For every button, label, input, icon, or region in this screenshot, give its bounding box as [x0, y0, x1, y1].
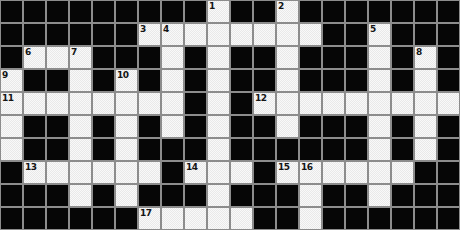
crossword-cell-r7c20 [438, 139, 459, 160]
crossword-cell-r8c10[interactable] [208, 162, 229, 183]
crossword-cell-r6c20 [438, 116, 459, 137]
crossword-cell-r4c13[interactable] [277, 70, 298, 91]
crossword-cell-r10c2 [24, 208, 45, 229]
crossword-cell-r4c12 [254, 70, 275, 91]
crossword-cell-r1c4 [70, 1, 91, 22]
crossword-cell-r3c6 [116, 47, 137, 68]
crossword-cell-r10c3 [47, 208, 68, 229]
crossword-cell-r8c17[interactable] [369, 162, 390, 183]
crossword-cell-r2c10[interactable] [208, 24, 229, 45]
crossword-cell-r5c2[interactable] [24, 93, 45, 114]
clue-number: 1 [209, 1, 215, 11]
clue-number: 4 [163, 24, 169, 34]
crossword-cell-r6c11 [231, 116, 252, 137]
crossword-cell-r3c16 [346, 47, 367, 68]
crossword-cell-r10c16 [346, 208, 367, 229]
crossword-cell-r1c11 [231, 1, 252, 22]
crossword-cell-r8c14[interactable]: 16 [300, 162, 321, 183]
crossword-cell-r4c11 [231, 70, 252, 91]
crossword-cell-r8c2[interactable]: 13 [24, 162, 45, 183]
crossword-cell-r5c20[interactable] [438, 93, 459, 114]
crossword-cell-r9c3 [47, 185, 68, 206]
crossword-cell-r4c6[interactable]: 10 [116, 70, 137, 91]
crossword-cell-r9c18 [392, 185, 413, 206]
crossword-cell-r3c7 [139, 47, 160, 68]
crossword-cell-r10c13 [277, 208, 298, 229]
crossword-cell-r5c7[interactable] [139, 93, 160, 114]
crossword-cell-r9c20 [438, 185, 459, 206]
crossword-cell-r4c14 [300, 70, 321, 91]
crossword-cell-r6c4[interactable] [70, 116, 91, 137]
crossword-cell-r3c13[interactable] [277, 47, 298, 68]
crossword-cell-r6c17[interactable] [369, 116, 390, 137]
crossword-cell-r4c15 [323, 70, 344, 91]
crossword-cell-r5c12[interactable]: 12 [254, 93, 275, 114]
crossword-cell-r8c8 [162, 162, 183, 183]
crossword-cell-r3c17[interactable] [369, 47, 390, 68]
crossword-cell-r2c16 [346, 24, 367, 45]
crossword-cell-r9c17[interactable] [369, 185, 390, 206]
crossword-cell-r1c18 [392, 1, 413, 22]
crossword-cell-r6c19[interactable] [415, 116, 436, 137]
crossword-cell-r8c4[interactable] [70, 162, 91, 183]
crossword-cell-r9c8 [162, 185, 183, 206]
crossword-cell-r8c1 [1, 162, 22, 183]
crossword-cell-r8c5[interactable] [93, 162, 114, 183]
crossword-cell-r8c11[interactable] [231, 162, 252, 183]
crossword-cell-r4c9 [185, 70, 206, 91]
crossword-cell-r6c5 [93, 116, 114, 137]
crossword-cell-r6c1[interactable] [1, 116, 22, 137]
crossword-cell-r5c11 [231, 93, 252, 114]
crossword-cell-r6c7 [139, 116, 160, 137]
crossword-cell-r1c13[interactable]: 2 [277, 1, 298, 22]
crossword-cell-r7c5 [93, 139, 114, 160]
crossword-cell-r2c3 [47, 24, 68, 45]
crossword-cell-r8c12 [254, 162, 275, 183]
crossword-cell-r9c2 [24, 185, 45, 206]
crossword-cell-r7c15 [323, 139, 344, 160]
clue-number: 12 [255, 93, 267, 103]
crossword-cell-r8c20 [438, 162, 459, 183]
crossword-cell-r6c13[interactable] [277, 116, 298, 137]
crossword-cell-r5c17[interactable] [369, 93, 390, 114]
crossword-grid: 1234567891011121314151617 [0, 0, 460, 230]
crossword-cell-r5c3[interactable] [47, 93, 68, 114]
crossword-cell-r6c15 [323, 116, 344, 137]
crossword-cell-r9c15 [323, 185, 344, 206]
crossword-cell-r5c10[interactable] [208, 93, 229, 114]
clue-number: 11 [2, 93, 14, 103]
crossword-cell-r3c12 [254, 47, 275, 68]
clue-number: 15 [278, 162, 290, 172]
crossword-cell-r9c16 [346, 185, 367, 206]
crossword-cell-r4c2 [24, 70, 45, 91]
crossword-cell-r1c6 [116, 1, 137, 22]
crossword-cell-r8c7[interactable] [139, 162, 160, 183]
crossword-cell-r10c1 [1, 208, 22, 229]
crossword-cell-r2c20 [438, 24, 459, 45]
crossword-cell-r2c2 [24, 24, 45, 45]
crossword-cell-r2c8[interactable]: 4 [162, 24, 183, 45]
crossword-cell-r3c18 [392, 47, 413, 68]
crossword-cell-r1c10[interactable]: 1 [208, 1, 229, 22]
crossword-cell-r10c6 [116, 208, 137, 229]
crossword-cell-r10c17 [369, 208, 390, 229]
crossword-cell-r10c4 [70, 208, 91, 229]
crossword-cell-r7c19[interactable] [415, 139, 436, 160]
crossword-cell-r4c5 [93, 70, 114, 91]
crossword-cell-r10c19 [415, 208, 436, 229]
crossword-cell-r10c15 [323, 208, 344, 229]
clue-number: 17 [140, 208, 152, 218]
crossword-cell-r4c8[interactable] [162, 70, 183, 91]
crossword-cell-r5c14[interactable] [300, 93, 321, 114]
crossword-cell-r4c18 [392, 70, 413, 91]
crossword-cell-r1c1 [1, 1, 22, 22]
crossword-cell-r6c3 [47, 116, 68, 137]
crossword-cell-r7c1[interactable] [1, 139, 22, 160]
crossword-cell-r10c12 [254, 208, 275, 229]
crossword-cell-r10c9[interactable] [185, 208, 206, 229]
crossword-cell-r6c9 [185, 116, 206, 137]
crossword-cell-r4c20 [438, 70, 459, 91]
crossword-cell-r7c8 [162, 139, 183, 160]
crossword-cell-r5c4[interactable] [70, 93, 91, 114]
clue-number: 13 [25, 162, 37, 172]
crossword-cell-r9c19 [415, 185, 436, 206]
crossword-cell-r1c14 [300, 1, 321, 22]
crossword-cell-r7c10[interactable] [208, 139, 229, 160]
crossword-cell-r4c16 [346, 70, 367, 91]
crossword-cell-r2c6 [116, 24, 137, 45]
crossword-cell-r7c16 [346, 139, 367, 160]
crossword-cell-r6c12 [254, 116, 275, 137]
crossword-cell-r1c17 [369, 1, 390, 22]
crossword-cell-r2c4 [70, 24, 91, 45]
crossword-cell-r5c6[interactable] [116, 93, 137, 114]
crossword-cell-r8c6[interactable] [116, 162, 137, 183]
crossword-cell-r9c9 [185, 185, 206, 206]
crossword-cell-r3c9 [185, 47, 206, 68]
crossword-cell-r5c13[interactable] [277, 93, 298, 114]
crossword-cell-r2c14[interactable] [300, 24, 321, 45]
crossword-cell-r2c1 [1, 24, 22, 45]
crossword-cell-r3c3[interactable] [47, 47, 68, 68]
crossword-cell-r2c17[interactable]: 5 [369, 24, 390, 45]
crossword-cell-r2c13[interactable] [277, 24, 298, 45]
crossword-cell-r3c8[interactable] [162, 47, 183, 68]
crossword-cell-r2c15 [323, 24, 344, 45]
crossword-cell-r5c8[interactable] [162, 93, 183, 114]
clue-number: 14 [186, 162, 198, 172]
clue-number: 16 [301, 162, 313, 172]
crossword-cell-r10c18 [392, 208, 413, 229]
crossword-cell-r6c8[interactable] [162, 116, 183, 137]
crossword-cell-r9c6[interactable] [116, 185, 137, 206]
crossword-cell-r6c18 [392, 116, 413, 137]
crossword-cell-r5c16[interactable] [346, 93, 367, 114]
crossword-cell-r8c18[interactable] [392, 162, 413, 183]
crossword-cell-r9c14[interactable] [300, 185, 321, 206]
crossword-cell-r10c8[interactable] [162, 208, 183, 229]
crossword-cell-r8c15[interactable] [323, 162, 344, 183]
clue-number: 7 [71, 47, 77, 57]
crossword-cell-r9c11 [231, 185, 252, 206]
crossword-cell-r5c15[interactable] [323, 93, 344, 114]
crossword-cell-r1c19 [415, 1, 436, 22]
crossword-cell-r7c3 [47, 139, 68, 160]
clue-number: 6 [25, 47, 31, 57]
clue-number: 3 [140, 24, 146, 34]
crossword-cell-r9c5 [93, 185, 114, 206]
crossword-cell-r8c3[interactable] [47, 162, 68, 183]
crossword-cell-r1c9 [185, 1, 206, 22]
crossword-cell-r1c20 [438, 1, 459, 22]
crossword-cell-r2c11[interactable] [231, 24, 252, 45]
crossword-cell-r9c13 [277, 185, 298, 206]
crossword-cell-r10c10[interactable] [208, 208, 229, 229]
crossword-cell-r1c16 [346, 1, 367, 22]
crossword-cell-r5c18[interactable] [392, 93, 413, 114]
crossword-cell-r1c15 [323, 1, 344, 22]
crossword-cell-r3c4[interactable]: 7 [70, 47, 91, 68]
crossword-cell-r10c14[interactable] [300, 208, 321, 229]
clue-number: 2 [278, 1, 284, 11]
crossword-cell-r5c5[interactable] [93, 93, 114, 114]
clue-number: 8 [416, 47, 422, 57]
crossword-cell-r7c18 [392, 139, 413, 160]
crossword-cell-r1c12 [254, 1, 275, 22]
crossword-cell-r7c9 [185, 139, 206, 160]
crossword-cell-r6c6[interactable] [116, 116, 137, 137]
crossword-cell-r7c4[interactable] [70, 139, 91, 160]
crossword-cell-r2c18 [392, 24, 413, 45]
crossword-cell-r6c16 [346, 116, 367, 137]
clue-number: 10 [117, 70, 129, 80]
crossword-cell-r1c3 [47, 1, 68, 22]
crossword-cell-r8c9[interactable]: 14 [185, 162, 206, 183]
crossword-cell-r3c14 [300, 47, 321, 68]
crossword-cell-r3c19[interactable]: 8 [415, 47, 436, 68]
crossword-cell-r9c4[interactable] [70, 185, 91, 206]
crossword-cell-r8c13[interactable]: 15 [277, 162, 298, 183]
crossword-cell-r9c12 [254, 185, 275, 206]
crossword-cell-r3c15 [323, 47, 344, 68]
crossword-cell-r6c10[interactable] [208, 116, 229, 137]
crossword-cell-r8c16[interactable] [346, 162, 367, 183]
crossword-cell-r3c20 [438, 47, 459, 68]
clue-number: 5 [370, 24, 376, 34]
crossword-cell-r2c19 [415, 24, 436, 45]
crossword-cell-r7c12 [254, 139, 275, 160]
crossword-cell-r4c17[interactable] [369, 70, 390, 91]
crossword-cell-r10c11[interactable] [231, 208, 252, 229]
crossword-cell-r1c5 [93, 1, 114, 22]
crossword-cell-r7c7 [139, 139, 160, 160]
crossword-cell-r1c2 [24, 1, 45, 22]
crossword-cell-r2c7[interactable]: 3 [139, 24, 160, 45]
crossword-cell-r7c6[interactable] [116, 139, 137, 160]
crossword-cell-r4c19[interactable] [415, 70, 436, 91]
crossword-cell-r10c20 [438, 208, 459, 229]
crossword-cell-r7c17[interactable] [369, 139, 390, 160]
crossword-cell-r9c7 [139, 185, 160, 206]
crossword-cell-r4c1[interactable]: 9 [1, 70, 22, 91]
crossword-cell-r10c5 [93, 208, 114, 229]
crossword-cell-r7c11 [231, 139, 252, 160]
crossword-cell-r3c10[interactable] [208, 47, 229, 68]
clue-number: 9 [2, 70, 8, 80]
crossword-cell-r3c11 [231, 47, 252, 68]
crossword-cell-r8c19 [415, 162, 436, 183]
crossword-cell-r1c7 [139, 1, 160, 22]
crossword-cell-r4c4[interactable] [70, 70, 91, 91]
crossword-cell-r7c14 [300, 139, 321, 160]
crossword-cell-r9c10[interactable] [208, 185, 229, 206]
crossword-cell-r3c2[interactable]: 6 [24, 47, 45, 68]
crossword-cell-r6c2 [24, 116, 45, 137]
crossword-cell-r3c1 [1, 47, 22, 68]
crossword-cell-r4c3 [47, 70, 68, 91]
crossword-cell-r7c13 [277, 139, 298, 160]
crossword-cell-r10c7[interactable]: 17 [139, 208, 160, 229]
crossword-cell-r9c1 [1, 185, 22, 206]
crossword-cell-r4c7 [139, 70, 160, 91]
crossword-cell-r3c5 [93, 47, 114, 68]
crossword-cell-r2c5 [93, 24, 114, 45]
crossword-cell-r2c12[interactable] [254, 24, 275, 45]
crossword-cell-r4c10[interactable] [208, 70, 229, 91]
crossword-cell-r7c2 [24, 139, 45, 160]
crossword-cell-r2c9[interactable] [185, 24, 206, 45]
crossword-cell-r6c14 [300, 116, 321, 137]
crossword-cell-r5c19[interactable] [415, 93, 436, 114]
crossword-cell-r5c1[interactable]: 11 [1, 93, 22, 114]
crossword-cell-r5c9 [185, 93, 206, 114]
crossword-cell-r1c8 [162, 1, 183, 22]
